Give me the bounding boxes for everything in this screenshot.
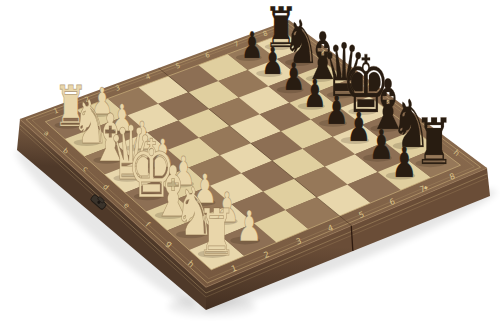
piece-black-pawn-d7: ♟ [303,71,327,117]
piece-black-pawn-a7: ♟ [241,24,263,66]
piece-white-pawn-h2: ♟ [236,202,262,252]
piece-black-pawn-f7: ♟ [346,104,371,151]
piece-black-pawn-e7: ♟ [324,86,348,133]
piece-black-pawn-c7: ♟ [282,55,305,99]
piece-white-rook-h1: ♜ [197,195,237,270]
piece-black-pawn-b7: ♟ [261,39,284,83]
chess-board-scene: 1122334455667788aabbccddeeffgghh◆♜♟♞♟♝♟♛… [0,0,500,321]
piece-black-pawn-h7: ♟ [391,138,417,186]
piece-black-rook-h8: ♜ [415,105,454,180]
piece-black-pawn-g7: ♟ [369,120,394,168]
product-photo: 1122334455667788aabbccddeeffgghh◆♜♟♞♟♝♟♛… [0,0,500,321]
